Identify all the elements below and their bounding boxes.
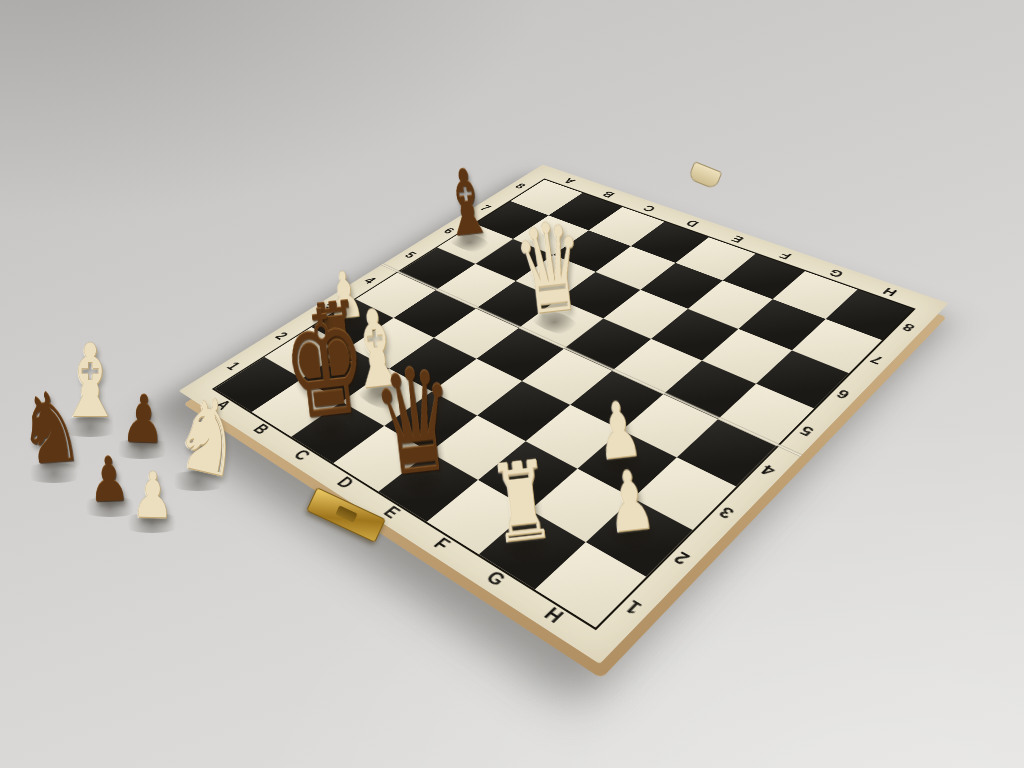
table-surface: ABCDEFGH ABCDEFGH 87654321 87654321 ♝♛♟♟… bbox=[0, 0, 1024, 768]
tray-black-pawn[interactable]: ♟ bbox=[88, 449, 131, 511]
board-squares: ♝♛♟♟♜♝♟♚♛♜ bbox=[212, 179, 916, 631]
tray-black-knight[interactable]: ♞ bbox=[15, 379, 86, 480]
chess-board: ABCDEFGH ABCDEFGH 87654321 87654321 ♝♛♟♟… bbox=[179, 165, 949, 665]
white-queen-icon: ♛ bbox=[483, 204, 618, 333]
white-rook-icon: ♜ bbox=[439, 442, 605, 561]
tray-white-pawn[interactable]: ♟ bbox=[131, 463, 174, 527]
